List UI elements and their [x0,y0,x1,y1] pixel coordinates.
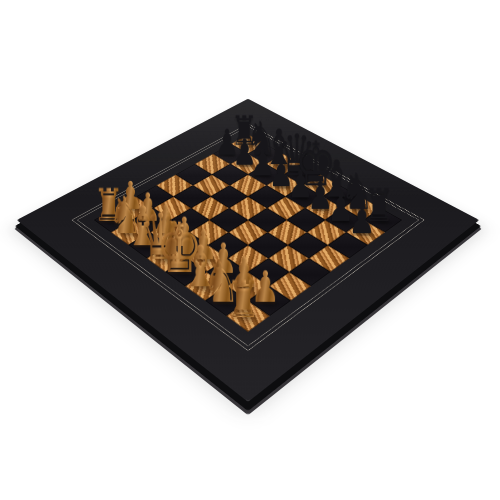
black-pawn-h7[interactable]: ♟ [348,199,375,239]
white-rook-h1[interactable]: ♜ [226,273,260,324]
square-h6[interactable] [328,232,368,258]
board-frame: ♜♞♝♛♚♝♞♜♟♟♟♟♟♟♟♟♟♟♟♟♟♟♟♟♜♞♝♛♚♝♞♜ [17,99,480,402]
chess-board: ♜♞♝♛♚♝♞♜♟♟♟♟♟♟♟♟♟♟♟♟♟♟♟♟♜♞♝♛♚♝♞♜ [17,99,480,402]
product-photo-scene: ♜♞♝♛♚♝♞♜♟♟♟♟♟♟♟♟♟♟♟♟♟♟♟♟♜♞♝♛♚♝♞♜ [0,0,500,500]
board-grid: ♜♞♝♛♚♝♞♜♟♟♟♟♟♟♟♟♟♟♟♟♟♟♟♟♜♞♝♛♚♝♞♜ [94,134,402,332]
